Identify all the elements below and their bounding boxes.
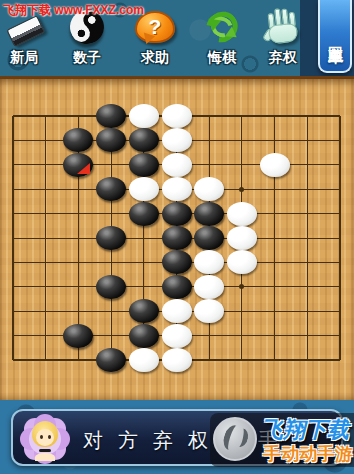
go-game-screen: 新局 数子 ? 求助 悔棋 弃权 回主菜单 — [0, 0, 354, 474]
white-stone — [162, 299, 192, 323]
white-stone — [194, 275, 224, 299]
undo-button[interactable]: 悔棋 — [196, 5, 248, 73]
black-stone — [96, 128, 126, 152]
hand-icon — [264, 5, 302, 49]
star-point — [239, 187, 244, 192]
main-menu-button[interactable]: 回主菜单 — [318, 0, 352, 73]
avatar-choker — [39, 449, 51, 452]
white-stone — [129, 104, 159, 128]
black-stone — [129, 299, 159, 323]
black-stone — [63, 324, 93, 348]
watermark-overlay: 飞翔下载 手动动手游 — [210, 413, 354, 467]
avatar-eyes — [40, 435, 43, 439]
white-stone — [227, 202, 257, 226]
white-stone — [194, 250, 224, 274]
black-stone — [129, 202, 159, 226]
white-stone — [162, 104, 192, 128]
count-stones-label: 数子 — [73, 49, 101, 67]
black-stone — [194, 226, 224, 250]
go-board[interactable] — [0, 76, 354, 400]
white-stone — [227, 226, 257, 250]
white-stone — [162, 153, 192, 177]
white-stone — [162, 128, 192, 152]
black-stone — [63, 153, 93, 177]
black-stone — [162, 250, 192, 274]
status-bar: 对方弃权一手 飞翔下载 手动动手游 — [0, 400, 354, 474]
fxxz-logo-icon — [213, 417, 257, 461]
white-stone — [260, 153, 290, 177]
black-stone — [162, 275, 192, 299]
black-stone — [96, 348, 126, 372]
grid-line-v — [339, 116, 341, 360]
black-stone — [96, 177, 126, 201]
black-stone — [129, 324, 159, 348]
white-stone — [194, 299, 224, 323]
grid-line-v — [307, 116, 308, 360]
black-stone — [96, 226, 126, 250]
white-stone — [162, 324, 192, 348]
watermark-top: 飞翔下载 www.FXXZ.com — [3, 2, 144, 19]
pass-label: 弃权 — [269, 49, 297, 67]
go-board-grid[interactable] — [13, 116, 340, 360]
black-stone — [96, 104, 126, 128]
avatar-face — [36, 429, 54, 446]
white-stone — [129, 348, 159, 372]
undo-label: 悔棋 — [208, 49, 236, 67]
black-stone — [194, 202, 224, 226]
help-label: 求助 — [141, 49, 169, 67]
last-move-marker — [77, 163, 90, 174]
white-stone — [194, 177, 224, 201]
avatar-shoulder — [35, 453, 55, 461]
watermark-site-name: 飞翔下载 — [261, 415, 349, 445]
star-point — [239, 284, 244, 289]
white-stone — [162, 348, 192, 372]
opponent-avatar — [19, 413, 71, 465]
black-stone — [162, 202, 192, 226]
black-stone — [96, 275, 126, 299]
white-stone — [227, 250, 257, 274]
watermark-tagline: 手动动手游 — [263, 442, 353, 466]
black-stone — [162, 226, 192, 250]
white-stone — [129, 177, 159, 201]
new-game-label: 新局 — [10, 49, 38, 67]
question-mark: ? — [149, 15, 162, 39]
white-stone — [162, 177, 192, 201]
black-stone — [129, 153, 159, 177]
black-stone — [63, 128, 93, 152]
pass-button[interactable]: 弃权 — [256, 5, 310, 73]
black-stone — [129, 128, 159, 152]
undo-arrows-icon — [203, 5, 241, 49]
